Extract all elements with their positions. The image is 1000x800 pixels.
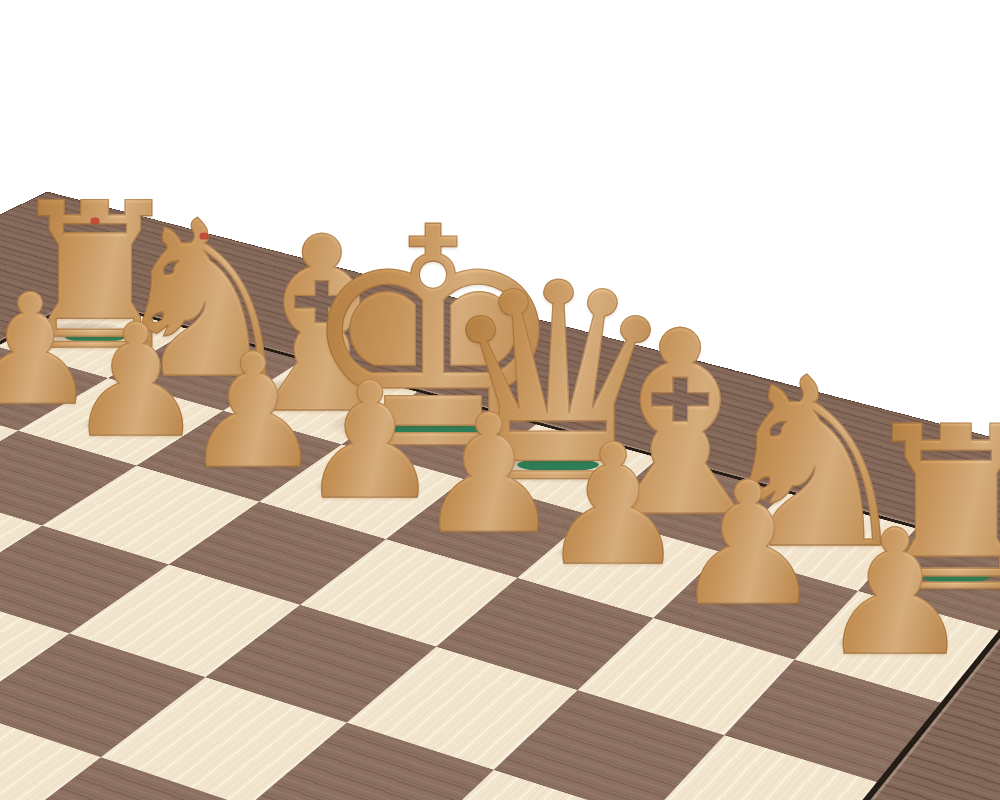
kingside-stamp bbox=[91, 217, 100, 224]
piece-white-pawn-b2[interactable]: ♟ bbox=[672, 459, 824, 629]
kingside-stamp bbox=[200, 233, 209, 240]
product-photo-canvas: ♜♞♝♚♛♝♞♜♟♟♟♟♟♟♟♟ bbox=[0, 0, 1000, 800]
piece-white-pawn-a2[interactable]: ♟ bbox=[817, 507, 972, 680]
piece-glyph: ♟ bbox=[817, 507, 972, 680]
piece-glyph: ♟ bbox=[538, 422, 688, 589]
piece-white-pawn-c2[interactable]: ♟ bbox=[538, 422, 688, 589]
pieces-layer: ♜♞♝♚♛♝♞♜♟♟♟♟♟♟♟♟ bbox=[0, 0, 1000, 800]
piece-glyph: ♟ bbox=[672, 459, 824, 629]
